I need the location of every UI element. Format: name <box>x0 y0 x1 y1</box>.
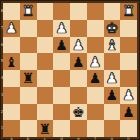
square-f5[interactable]: ♟ <box>87 53 104 70</box>
chess-board: ♜♜♟♟♚♟♟♝♝♟♟♜♟♟♟♟♚♟♜ <box>3 3 137 137</box>
piece-white-pawn[interactable]: ♟ <box>122 88 135 102</box>
file-label-a: a <box>3 137 20 140</box>
square-c7[interactable] <box>37 20 54 37</box>
square-a6[interactable] <box>3 37 20 54</box>
square-h4[interactable] <box>120 70 137 87</box>
square-g3[interactable]: ♟ <box>104 87 121 104</box>
square-f8[interactable] <box>87 3 104 20</box>
square-h1[interactable] <box>120 120 137 137</box>
square-b7[interactable] <box>20 20 37 37</box>
square-c3[interactable] <box>37 87 54 104</box>
square-f7[interactable] <box>87 20 104 37</box>
square-c4[interactable] <box>37 70 54 87</box>
square-d5[interactable] <box>53 53 70 70</box>
piece-black-king[interactable]: ♚ <box>72 104 85 118</box>
piece-white-pawn[interactable]: ♟ <box>72 37 85 51</box>
square-a2[interactable] <box>3 104 20 121</box>
square-c1[interactable]: ♜ <box>37 120 54 137</box>
piece-white-rook[interactable]: ♜ <box>22 4 35 18</box>
square-g1[interactable] <box>104 120 121 137</box>
square-a1[interactable] <box>3 120 20 137</box>
square-f1[interactable] <box>87 120 104 137</box>
square-f3[interactable] <box>87 87 104 104</box>
piece-black-pawn[interactable]: ♟ <box>122 104 135 118</box>
square-e3[interactable] <box>70 87 87 104</box>
square-f4[interactable]: ♟ <box>87 70 104 87</box>
piece-black-rook[interactable]: ♜ <box>22 71 35 85</box>
square-g5[interactable] <box>104 53 121 70</box>
square-b4[interactable]: ♜ <box>20 70 37 87</box>
square-d4[interactable] <box>53 70 70 87</box>
square-b3[interactable] <box>20 87 37 104</box>
square-b2[interactable] <box>20 104 37 121</box>
square-h5[interactable] <box>120 53 137 70</box>
square-h2[interactable]: ♟ <box>120 104 137 121</box>
piece-white-pawn[interactable]: ♟ <box>5 21 18 35</box>
square-e8[interactable] <box>70 3 87 20</box>
square-g7[interactable]: ♚ <box>104 20 121 37</box>
square-d3[interactable] <box>53 87 70 104</box>
file-label-f: f <box>87 137 104 140</box>
chess-board-frame: ♜♜♟♟♚♟♟♝♝♟♟♜♟♟♟♟♚♟♜ 87654321abcdefgh <box>0 0 140 140</box>
piece-white-rook[interactable]: ♜ <box>122 4 135 18</box>
piece-white-bishop[interactable]: ♝ <box>106 37 119 51</box>
square-e6[interactable]: ♟ <box>70 37 87 54</box>
square-a8[interactable] <box>3 3 20 20</box>
file-label-h: h <box>120 137 137 140</box>
square-f2[interactable] <box>87 104 104 121</box>
square-h3[interactable]: ♟ <box>120 87 137 104</box>
square-d6[interactable]: ♟ <box>53 37 70 54</box>
file-label-b: b <box>20 137 37 140</box>
square-c8[interactable] <box>37 3 54 20</box>
square-d7[interactable]: ♟ <box>53 20 70 37</box>
square-d1[interactable] <box>53 120 70 137</box>
piece-black-pawn[interactable]: ♟ <box>55 37 68 51</box>
file-label-e: e <box>70 137 87 140</box>
square-b1[interactable] <box>20 120 37 137</box>
square-b5[interactable] <box>20 53 37 70</box>
square-b8[interactable]: ♜ <box>20 3 37 20</box>
square-e5[interactable]: ♟ <box>70 53 87 70</box>
piece-white-pawn[interactable]: ♟ <box>89 54 102 68</box>
square-h7[interactable] <box>120 20 137 37</box>
piece-black-bishop[interactable]: ♝ <box>5 54 18 68</box>
square-a7[interactable]: ♟ <box>3 20 20 37</box>
square-e1[interactable] <box>70 120 87 137</box>
square-c5[interactable] <box>37 53 54 70</box>
square-g8[interactable] <box>104 3 121 20</box>
piece-black-pawn[interactable]: ♟ <box>106 88 119 102</box>
file-label-d: d <box>53 137 70 140</box>
square-d8[interactable] <box>53 3 70 20</box>
file-label-c: c <box>37 137 54 140</box>
square-a3[interactable] <box>3 87 20 104</box>
piece-white-king[interactable]: ♚ <box>106 21 119 35</box>
square-e4[interactable] <box>70 70 87 87</box>
square-a5[interactable]: ♝ <box>3 53 20 70</box>
square-b6[interactable] <box>20 37 37 54</box>
square-c6[interactable] <box>37 37 54 54</box>
square-h6[interactable] <box>120 37 137 54</box>
square-g4[interactable]: ♟ <box>104 70 121 87</box>
piece-white-pawn[interactable]: ♟ <box>55 21 68 35</box>
piece-black-rook[interactable]: ♜ <box>39 121 52 135</box>
square-f6[interactable] <box>87 37 104 54</box>
piece-white-pawn[interactable]: ♟ <box>106 71 119 85</box>
file-label-g: g <box>104 137 121 140</box>
square-g2[interactable] <box>104 104 121 121</box>
piece-black-pawn[interactable]: ♟ <box>89 71 102 85</box>
square-e7[interactable] <box>70 20 87 37</box>
square-d2[interactable] <box>53 104 70 121</box>
square-c2[interactable] <box>37 104 54 121</box>
square-g6[interactable]: ♝ <box>104 37 121 54</box>
square-a4[interactable] <box>3 70 20 87</box>
piece-black-pawn[interactable]: ♟ <box>72 54 85 68</box>
square-e2[interactable]: ♚ <box>70 104 87 121</box>
square-h8[interactable]: ♜ <box>120 3 137 20</box>
